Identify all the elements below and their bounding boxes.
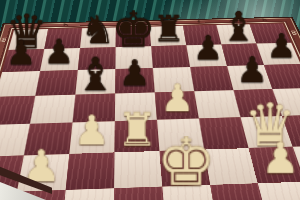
square-g3[interactable]: ♟: [249, 147, 300, 184]
black-knight-c8[interactable]: ♞: [80, 11, 115, 46]
square-g2[interactable]: [258, 182, 300, 200]
board-grid: ♛♞♚♜♝♟♟♟♟♝♟♟♟♟♜♛♟♟♟♚♟♝: [0, 23, 300, 200]
square-c6[interactable]: ♝: [75, 69, 115, 95]
square-d6[interactable]: ♟: [115, 68, 155, 94]
white-rook-d4[interactable]: ♜: [115, 105, 160, 150]
black-pawn-f7[interactable]: ♟: [190, 28, 227, 65]
white-pawn-g3[interactable]: ♟: [257, 133, 300, 181]
square-b5[interactable]: [30, 95, 75, 124]
chess-board: abcdefgh 87654321 87654321 ♛♞♚♜♝♟♟♟♟♝♟♟♟…: [0, 17, 300, 200]
square-d2[interactable]: [114, 187, 166, 200]
square-e2[interactable]: [162, 185, 217, 200]
square-d4[interactable]: ♜: [115, 120, 160, 153]
black-pawn-b7[interactable]: ♟: [40, 32, 77, 69]
white-pawn-c4[interactable]: ♟: [70, 106, 115, 151]
square-e5[interactable]: ♟: [155, 91, 199, 120]
square-d3[interactable]: [114, 151, 162, 188]
black-king-d8[interactable]: ♚: [116, 10, 151, 45]
square-a7[interactable]: ♟: [2, 49, 44, 72]
black-rook-e8[interactable]: ♜: [151, 9, 186, 44]
square-c4[interactable]: ♟: [69, 121, 115, 154]
board-frame: abcdefgh 87654321 87654321 ♛♞♚♜♝♟♟♟♟♝♟♟♟…: [0, 17, 300, 200]
black-pawn-g6[interactable]: ♟: [233, 49, 272, 88]
white-king-e3[interactable]: ♚: [162, 136, 210, 184]
square-c3[interactable]: [66, 152, 115, 190]
square-c2[interactable]: [61, 188, 114, 200]
square-e7[interactable]: [151, 45, 190, 68]
chess-photo-scene: abcdefgh 87654321 87654321 ♛♞♚♜♝♟♟♟♟♝♟♟♟…: [0, 0, 300, 200]
square-e3[interactable]: ♚: [160, 150, 211, 187]
black-pawn-d6[interactable]: ♟: [115, 52, 154, 91]
square-c8[interactable]: ♞: [80, 27, 116, 48]
white-pawn-a3[interactable]: ♟: [0, 142, 17, 190]
black-pawn-a7[interactable]: ♟: [3, 33, 41, 71]
square-b6[interactable]: [35, 70, 78, 96]
square-f7[interactable]: ♟: [186, 44, 227, 67]
square-g6[interactable]: ♟: [227, 65, 272, 90]
square-a6[interactable]: [0, 71, 40, 97]
square-d8[interactable]: ♚: [116, 27, 151, 48]
black-bishop-c6[interactable]: ♝: [76, 53, 116, 93]
white-pawn-e5[interactable]: ♟: [157, 76, 199, 118]
